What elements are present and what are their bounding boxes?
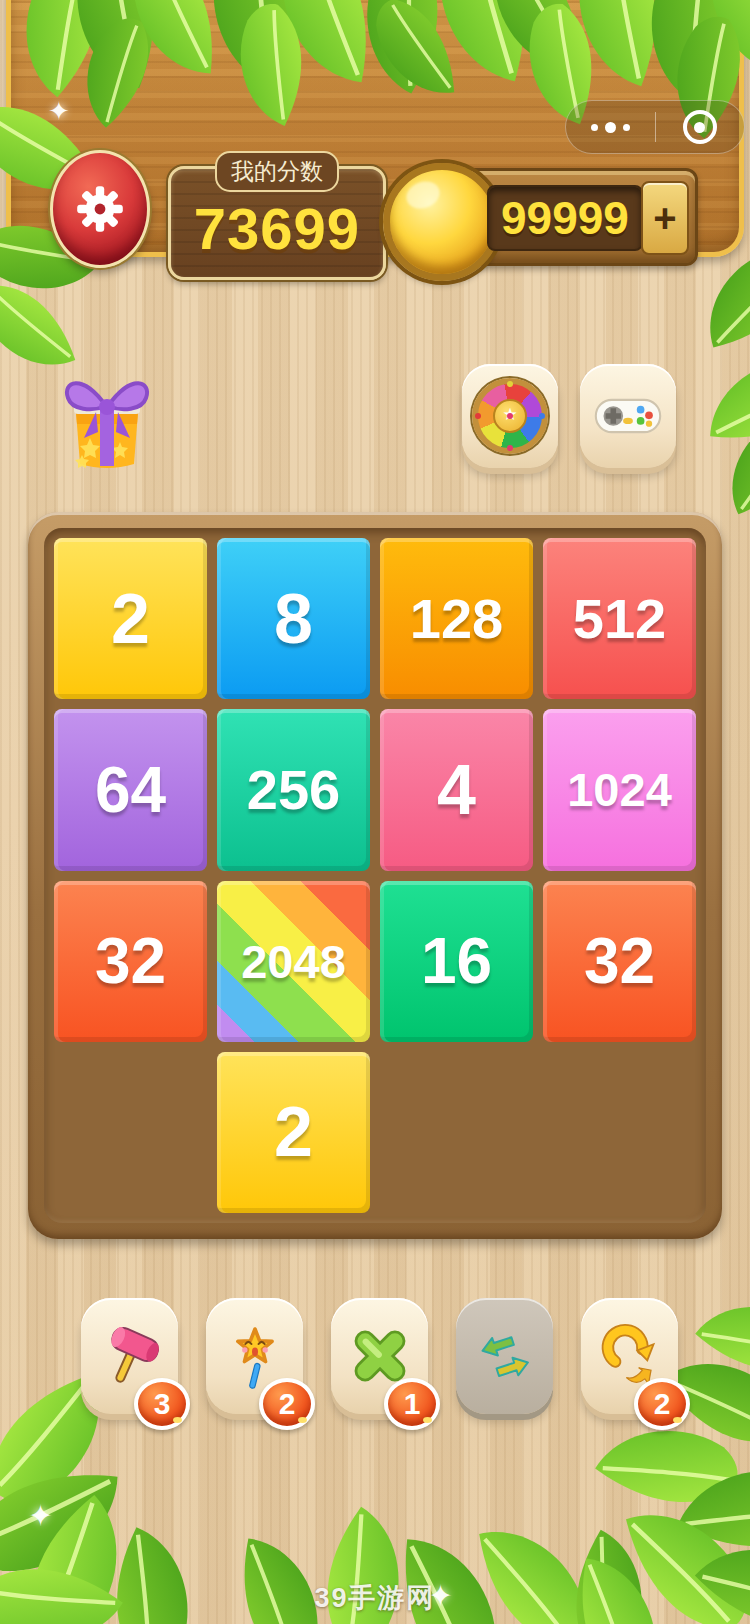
tile-2048[interactable]: 2048 — [217, 881, 370, 1042]
leaf-decoration — [694, 345, 750, 446]
sparkle: ✦ — [28, 1498, 53, 1533]
circle-dot-icon — [683, 110, 717, 144]
tile-2[interactable]: 2 — [54, 538, 207, 699]
more-dots-icon — [591, 124, 598, 131]
game-screen: 我的分数 73699 99999 + ★ — [0, 0, 750, 1624]
more-menu-button[interactable] — [566, 101, 655, 153]
gear-icon — [70, 179, 130, 239]
tile-8[interactable]: 8 — [217, 538, 370, 699]
tile-32[interactable]: 32 — [543, 881, 696, 1042]
add-coins-button[interactable]: + — [641, 181, 689, 255]
watermark: 39手游网 — [0, 1580, 750, 1616]
more-games-button[interactable] — [580, 364, 676, 468]
board-inner: 28128512642564102432204816322 — [44, 528, 706, 1223]
more-dots-icon — [605, 122, 616, 133]
miniprogram-capsule — [565, 100, 745, 154]
prop-star-wand-button[interactable]: 2 — [206, 1298, 303, 1414]
prop-count-badge: 1 — [384, 1378, 440, 1430]
tile-1024[interactable]: 1024 — [543, 709, 696, 870]
tile-128[interactable]: 128 — [380, 538, 533, 699]
game-board: 28128512642564102432204816322 — [28, 512, 722, 1239]
x-icon — [349, 1325, 411, 1387]
gift-button[interactable] — [52, 360, 162, 474]
prop-shuffle-button[interactable]: 1 — [331, 1298, 428, 1414]
close-button[interactable] — [656, 101, 745, 153]
prop-count-badge: 2 — [259, 1378, 315, 1430]
lucky-wheel-icon: ★ — [472, 378, 548, 454]
leaf-decoration — [671, 1445, 750, 1561]
tile-4[interactable]: 4 — [380, 709, 533, 870]
prop-redo-button[interactable]: 2 — [581, 1298, 678, 1414]
gamepad-icon — [593, 390, 663, 442]
prop-count-badge: 2 — [634, 1378, 690, 1430]
score-panel: 我的分数 73699 — [168, 166, 386, 280]
tile-2[interactable]: 2 — [217, 1052, 370, 1213]
tile-16[interactable]: 16 — [380, 881, 533, 1042]
prop-hammer-button[interactable]: 3 — [81, 1298, 178, 1414]
score-value: 73699 — [171, 195, 383, 262]
tile-32[interactable]: 32 — [54, 881, 207, 1042]
tile-512[interactable]: 512 — [543, 538, 696, 699]
prop-count-badge: 3 — [134, 1378, 190, 1430]
score-label: 我的分数 — [215, 151, 339, 192]
settings-button[interactable] — [50, 150, 150, 268]
coin-count: 99999 — [487, 185, 643, 251]
tile-grid[interactable]: 28128512642564102432204816322 — [54, 538, 696, 1213]
cell-3-2 — [380, 1052, 533, 1213]
more-dots-icon — [623, 124, 630, 131]
tile-256[interactable]: 256 — [217, 709, 370, 870]
tile-64[interactable]: 64 — [54, 709, 207, 870]
gift-box-icon — [52, 360, 162, 470]
cell-3-3 — [543, 1052, 696, 1213]
coin-bar: 99999 + — [432, 168, 698, 266]
leaf-decoration — [699, 401, 750, 523]
leaf-decoration — [0, 1465, 137, 1589]
cell-3-0 — [54, 1052, 207, 1213]
leaf-decoration — [688, 1274, 750, 1392]
prop-swap-button[interactable] — [456, 1298, 553, 1414]
swap-arrows-icon — [472, 1323, 538, 1389]
lucky-wheel-button[interactable]: ★ — [462, 364, 558, 468]
coin-icon — [383, 163, 501, 281]
